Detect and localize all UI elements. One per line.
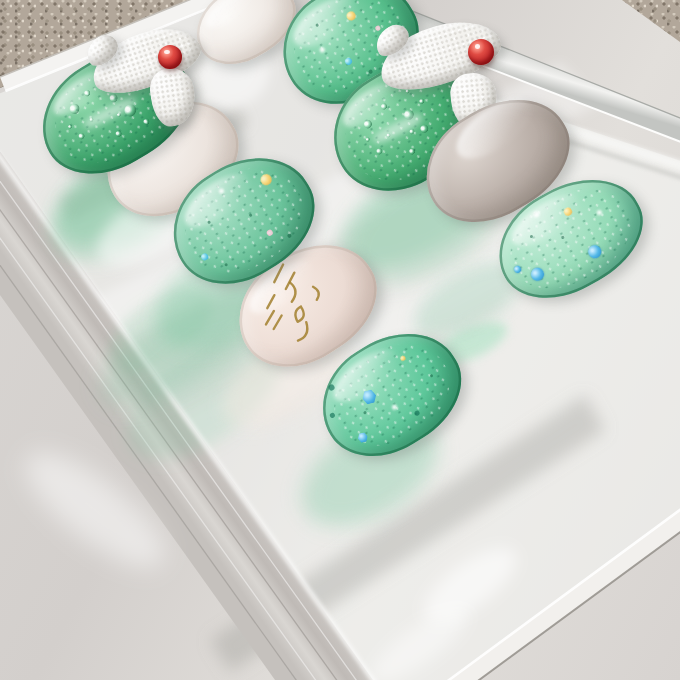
air-bubble bbox=[77, 132, 85, 140]
gold-glitter-dot bbox=[259, 171, 274, 186]
gloss-highlight bbox=[286, 0, 365, 56]
teal-glitter-dot bbox=[413, 410, 420, 417]
aqua-glitter-dot bbox=[200, 252, 210, 262]
gloss-highlight bbox=[199, 0, 256, 34]
sparkle-glitter-dot bbox=[319, 47, 326, 54]
air-bubble bbox=[365, 137, 370, 142]
air-bubble bbox=[419, 98, 426, 105]
gold-glitter-dot bbox=[400, 355, 407, 362]
bluehex-glitter-dot bbox=[357, 431, 369, 443]
blue-glitter-dot bbox=[529, 266, 547, 284]
nails-layer bbox=[0, 0, 680, 680]
photo-stage bbox=[0, 0, 680, 680]
speck-glitter-dot bbox=[430, 374, 434, 378]
sparkle-glitter-dot bbox=[596, 209, 603, 216]
speck-glitter-dot bbox=[363, 411, 367, 415]
air-bubble bbox=[142, 118, 150, 126]
air-bubble bbox=[108, 93, 119, 104]
air-bubble bbox=[402, 108, 416, 122]
blue-glitter-dot bbox=[586, 243, 604, 261]
air-bubble bbox=[116, 113, 121, 118]
air-bubble bbox=[88, 116, 93, 121]
speck-glitter-dot bbox=[224, 263, 228, 267]
speck-glitter-dot bbox=[368, 69, 373, 74]
red-cherry-ball bbox=[158, 45, 182, 69]
air-bubble bbox=[114, 129, 122, 137]
aqua-glitter-dot bbox=[343, 56, 353, 66]
air-bubble bbox=[409, 128, 416, 135]
pink-glitter-dot bbox=[266, 228, 274, 236]
speck-glitter-dot bbox=[287, 233, 293, 239]
pink-glitter-dot bbox=[374, 25, 381, 32]
air-bubble bbox=[386, 132, 391, 137]
red-cherry-ball bbox=[468, 39, 494, 65]
sparkle-glitter-dot bbox=[391, 404, 398, 411]
speck-glitter-dot bbox=[561, 235, 565, 239]
speck-glitter-dot bbox=[248, 213, 252, 217]
air-bubble bbox=[121, 102, 137, 118]
air-bubble bbox=[67, 124, 72, 129]
blue-glitter-dot bbox=[513, 265, 523, 275]
air-bubble bbox=[375, 147, 383, 155]
teal-glitter-dot bbox=[329, 412, 336, 419]
air-bubble bbox=[408, 147, 416, 155]
air-bubble bbox=[419, 123, 430, 134]
